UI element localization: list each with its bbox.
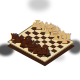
chess-set-photo[interactable]: ♜♞♝♚♛♝♞♜♟♟♟♟♟♟♟♟♟♟♟♟♟♟♟♟♜♞♝♚♛♝♞♜ [0, 0, 80, 80]
chess-piece-dark-r: ♜ [39, 48, 50, 60]
chess-piece-light-p: ♟ [61, 36, 69, 45]
pieces-layer: ♜♞♝♚♛♝♞♜♟♟♟♟♟♟♟♟♟♟♟♟♟♟♟♟♜♞♝♚♛♝♞♜ [0, 0, 80, 80]
